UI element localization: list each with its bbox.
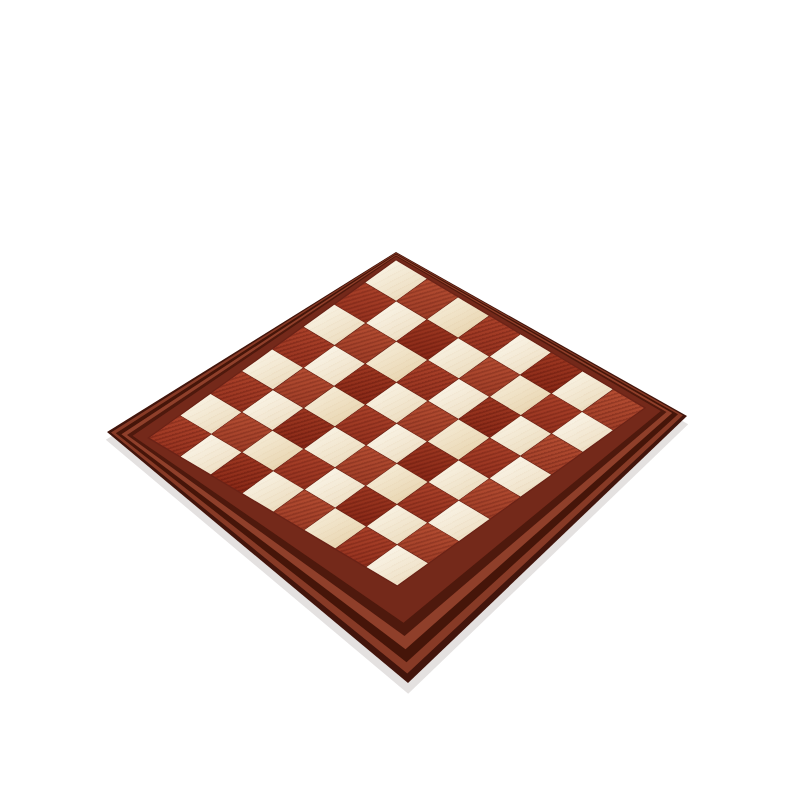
product-photo (0, 0, 800, 800)
chess-board (147, 259, 646, 587)
